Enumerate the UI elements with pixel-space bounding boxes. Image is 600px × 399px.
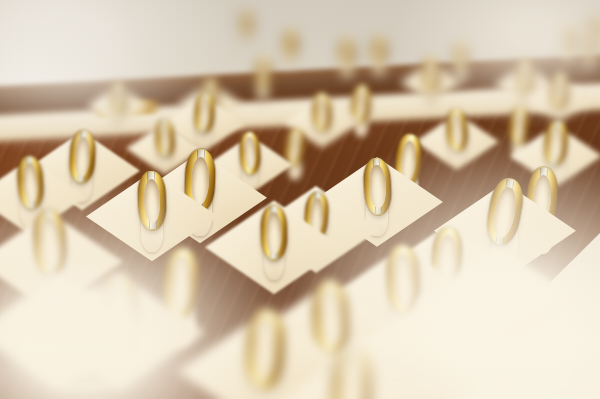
specular-glow <box>139 168 164 199</box>
specular-glow <box>529 163 557 197</box>
specular-glow <box>562 23 573 37</box>
specular-glow <box>187 146 214 180</box>
specular-glow <box>334 344 370 389</box>
specular-glow <box>241 10 250 22</box>
specular-glow <box>287 126 304 147</box>
specular-glow <box>156 117 173 138</box>
specular-glow <box>511 105 527 125</box>
two-tone-gold-ring <box>68 129 96 183</box>
gold-ring <box>241 10 252 33</box>
specular-glow <box>517 57 531 75</box>
gold-ring <box>239 132 261 175</box>
gold-ring <box>550 72 569 109</box>
jewelry-tray-photo <box>0 0 600 399</box>
specular-glow <box>306 189 327 215</box>
specular-glow <box>353 83 369 103</box>
gold-ring <box>283 29 297 57</box>
specular-glow <box>248 305 283 348</box>
two-tone-gold-ring <box>261 204 288 259</box>
specular-glow <box>455 40 468 56</box>
specular-glow <box>340 36 353 52</box>
gold-ring <box>583 33 595 58</box>
gold-ring <box>312 93 331 131</box>
specular-glow <box>256 56 269 73</box>
specular-glow <box>552 70 568 89</box>
gold-ring <box>446 108 469 151</box>
specular-glow <box>364 155 389 186</box>
gold-ring <box>285 128 306 167</box>
specular-glow <box>434 223 461 257</box>
gold-ring <box>255 57 271 89</box>
gold-ring <box>339 37 354 67</box>
two-tone-gold-ring <box>137 170 167 230</box>
specular-glow <box>588 15 597 27</box>
gold-ring <box>562 24 575 51</box>
gold-ring <box>110 81 127 113</box>
specular-glow <box>313 91 329 111</box>
ring-stations-layer <box>0 0 600 399</box>
gold-ring <box>422 56 440 90</box>
specular-glow <box>373 34 386 50</box>
specular-glow <box>262 202 285 231</box>
specular-glow <box>17 153 40 182</box>
two-tone-gold-ring <box>362 157 392 215</box>
two-tone-gold-ring <box>331 347 374 399</box>
specular-glow <box>111 80 125 97</box>
gold-ring <box>509 107 528 145</box>
specular-glow <box>166 245 197 284</box>
specular-glow <box>546 117 567 142</box>
specular-glow <box>584 32 594 45</box>
specular-glow <box>196 91 213 113</box>
gold-ring <box>516 58 533 92</box>
two-tone-gold-ring <box>193 93 214 134</box>
